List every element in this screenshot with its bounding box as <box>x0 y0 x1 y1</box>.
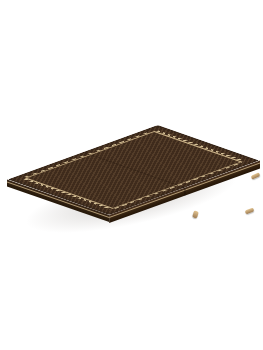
hinge-seam-edge <box>185 188 186 196</box>
chess-set-photo <box>0 0 263 350</box>
clasp-pin <box>192 210 199 218</box>
hinge-peg <box>245 208 255 215</box>
